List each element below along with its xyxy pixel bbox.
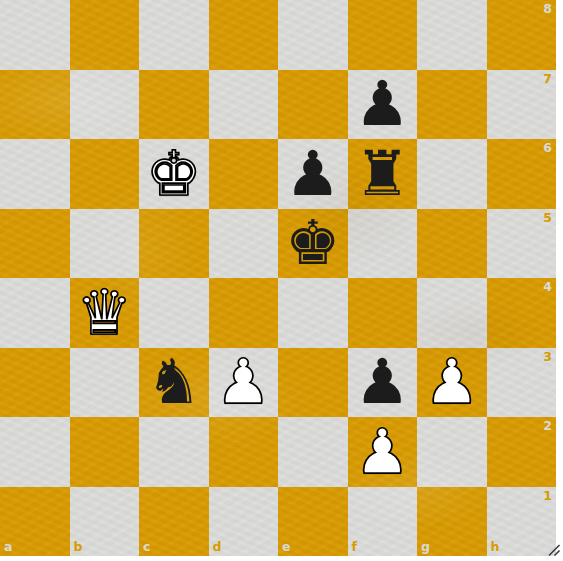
square-d7[interactable] (209, 70, 279, 140)
square-e4[interactable] (278, 278, 348, 348)
square-g1[interactable]: g (417, 487, 487, 557)
square-a3[interactable] (0, 348, 70, 418)
black-pawn[interactable]: ♟ (348, 348, 418, 418)
black-pawn[interactable]: ♟ (278, 139, 348, 209)
square-c4[interactable] (139, 278, 209, 348)
square-b2[interactable] (70, 417, 140, 487)
square-h8[interactable]: 8 (487, 0, 557, 70)
square-b1[interactable]: b (70, 487, 140, 557)
file-label-f: f (352, 541, 357, 554)
square-f5[interactable] (348, 209, 418, 279)
square-d2[interactable] (209, 417, 279, 487)
square-e2[interactable] (278, 417, 348, 487)
square-e1[interactable]: e (278, 487, 348, 557)
square-h7[interactable]: 7 (487, 70, 557, 140)
square-a8[interactable] (0, 0, 70, 70)
board-canvas: 8♟7♚♟♜6♚5♛4♞♟♟♟3♟2abcdefgh1 (0, 0, 563, 561)
square-g3[interactable]: ♟ (417, 348, 487, 418)
square-f7[interactable]: ♟ (348, 70, 418, 140)
square-b8[interactable] (70, 0, 140, 70)
square-g5[interactable] (417, 209, 487, 279)
square-f3[interactable]: ♟ (348, 348, 418, 418)
square-h5[interactable]: 5 (487, 209, 557, 279)
square-f4[interactable] (348, 278, 418, 348)
rank-label-4: 4 (543, 281, 552, 294)
square-d3[interactable]: ♟ (209, 348, 279, 418)
rank-label-6: 6 (543, 142, 552, 155)
rank-label-1: 1 (543, 490, 552, 503)
square-e7[interactable] (278, 70, 348, 140)
square-h3[interactable]: 3 (487, 348, 557, 418)
file-label-e: e (282, 541, 290, 554)
chess-board[interactable]: 8♟7♚♟♜6♚5♛4♞♟♟♟3♟2abcdefgh1 (0, 0, 556, 556)
black-pawn[interactable]: ♟ (348, 70, 418, 140)
file-label-c: c (143, 541, 150, 554)
square-h4[interactable]: 4 (487, 278, 557, 348)
square-e5[interactable]: ♚ (278, 209, 348, 279)
rank-label-2: 2 (543, 420, 552, 433)
square-d4[interactable] (209, 278, 279, 348)
square-c3[interactable]: ♞ (139, 348, 209, 418)
square-f8[interactable] (348, 0, 418, 70)
rank-label-5: 5 (543, 212, 552, 225)
square-a7[interactable] (0, 70, 70, 140)
square-a6[interactable] (0, 139, 70, 209)
file-label-a: a (4, 541, 12, 554)
square-a1[interactable]: a (0, 487, 70, 557)
square-e3[interactable] (278, 348, 348, 418)
square-e6[interactable]: ♟ (278, 139, 348, 209)
black-knight[interactable]: ♞ (139, 348, 209, 418)
square-c2[interactable] (139, 417, 209, 487)
square-b6[interactable] (70, 139, 140, 209)
rank-label-7: 7 (543, 73, 552, 86)
file-label-b: b (74, 541, 83, 554)
black-king[interactable]: ♚ (278, 209, 348, 279)
file-label-h: h (491, 541, 500, 554)
square-g2[interactable] (417, 417, 487, 487)
square-c5[interactable] (139, 209, 209, 279)
square-d6[interactable] (209, 139, 279, 209)
resize-handle-icon[interactable] (546, 542, 561, 557)
square-b3[interactable] (70, 348, 140, 418)
square-g4[interactable] (417, 278, 487, 348)
rank-label-8: 8 (543, 3, 552, 16)
square-c7[interactable] (139, 70, 209, 140)
white-queen[interactable]: ♛ (70, 278, 140, 348)
square-g7[interactable] (417, 70, 487, 140)
file-label-g: g (421, 541, 430, 554)
square-d1[interactable]: d (209, 487, 279, 557)
file-label-d: d (213, 541, 222, 554)
square-a4[interactable] (0, 278, 70, 348)
square-c8[interactable] (139, 0, 209, 70)
rank-label-3: 3 (543, 351, 552, 364)
square-d5[interactable] (209, 209, 279, 279)
square-h6[interactable]: 6 (487, 139, 557, 209)
black-rook[interactable]: ♜ (348, 139, 418, 209)
white-pawn[interactable]: ♟ (417, 348, 487, 418)
square-a2[interactable] (0, 417, 70, 487)
square-d8[interactable] (209, 0, 279, 70)
white-pawn[interactable]: ♟ (348, 417, 418, 487)
square-b4[interactable]: ♛ (70, 278, 140, 348)
square-f1[interactable]: f (348, 487, 418, 557)
square-h2[interactable]: 2 (487, 417, 557, 487)
white-king[interactable]: ♚ (139, 139, 209, 209)
square-c6[interactable]: ♚ (139, 139, 209, 209)
square-a5[interactable] (0, 209, 70, 279)
square-g6[interactable] (417, 139, 487, 209)
square-g8[interactable] (417, 0, 487, 70)
square-f6[interactable]: ♜ (348, 139, 418, 209)
square-b7[interactable] (70, 70, 140, 140)
square-f2[interactable]: ♟ (348, 417, 418, 487)
square-e8[interactable] (278, 0, 348, 70)
square-b5[interactable] (70, 209, 140, 279)
square-c1[interactable]: c (139, 487, 209, 557)
white-pawn[interactable]: ♟ (209, 348, 279, 418)
